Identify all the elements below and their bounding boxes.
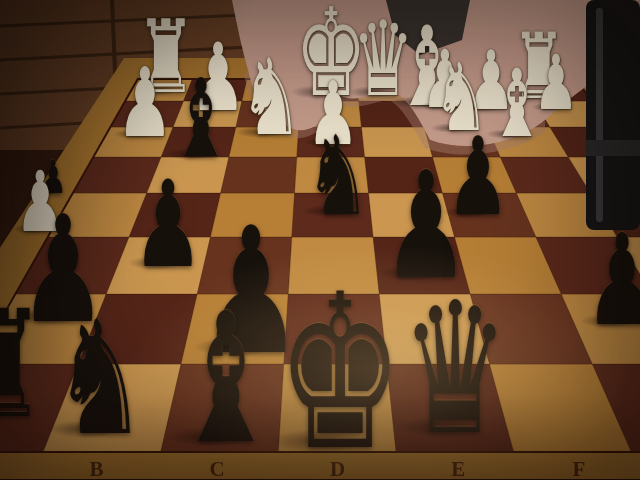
piece-black-rook-h8[interactable]: ♜ [0, 291, 46, 439]
piece-black-pawn-g6[interactable]: ♟ [132, 165, 203, 285]
piece-black-king-e8[interactable]: ♚ [277, 266, 404, 480]
piece-black-knight-g8[interactable]: ♞ [53, 299, 146, 457]
piece-white-pawn-h3[interactable]: ♟ [117, 55, 174, 151]
piece-black-knight-e5[interactable]: ♞ [305, 121, 370, 231]
chess-photo-scene: BCDEF ♜♟♟♞♚♛♟♝♟♞♟♝♜♟♝♞♟♟♟♟♟♟♜♞♝♚♛♟♟ [0, 0, 640, 480]
piece-black-queen-d8[interactable]: ♛ [401, 278, 509, 460]
piece-black-pawn-b7[interactable]: ♟ [585, 218, 640, 344]
pieces-layer: ♜♟♟♞♚♛♟♝♟♞♟♝♜♟♝♞♟♟♟♟♟♟♜♞♝♚♛♟♟ [0, 0, 640, 480]
piece-black-bishop-f8[interactable]: ♝ [173, 289, 280, 469]
piece-white-knight-f3[interactable]: ♞ [240, 45, 303, 151]
